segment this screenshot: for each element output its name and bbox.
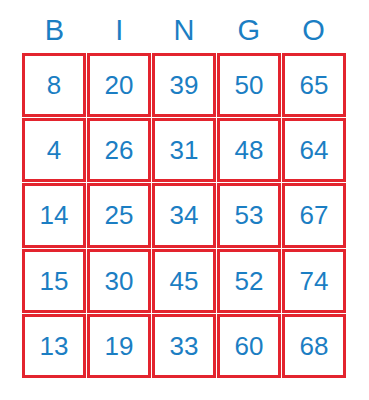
bingo-cell-r2-b[interactable]: 4 xyxy=(22,118,86,182)
header-letter-o: O xyxy=(281,9,346,51)
cell-number: 52 xyxy=(235,268,264,294)
bingo-card: B I N G O 8 20 39 50 65 4 26 31 48 64 14… xyxy=(0,0,369,400)
cell-number: 67 xyxy=(300,202,329,228)
bingo-cell-r1-n[interactable]: 39 xyxy=(152,53,216,117)
bingo-cell-r2-i[interactable]: 26 xyxy=(87,118,151,182)
header-letter-b: B xyxy=(22,9,87,51)
cell-number: 64 xyxy=(300,137,329,163)
cell-number: 14 xyxy=(40,202,69,228)
bingo-cell-r4-g[interactable]: 52 xyxy=(217,249,281,313)
bingo-cell-r5-b[interactable]: 13 xyxy=(22,314,86,378)
cell-number: 26 xyxy=(105,137,134,163)
cell-number: 15 xyxy=(40,268,69,294)
cell-number: 50 xyxy=(235,72,264,98)
bingo-cell-r4-i[interactable]: 30 xyxy=(87,249,151,313)
bingo-cell-r4-n[interactable]: 45 xyxy=(152,249,216,313)
cell-number: 20 xyxy=(105,72,134,98)
bingo-header: B I N G O xyxy=(22,9,346,51)
bingo-cell-r3-i[interactable]: 25 xyxy=(87,183,151,247)
cell-number: 65 xyxy=(300,72,329,98)
cell-number: 33 xyxy=(170,333,199,359)
bingo-cell-r5-o[interactable]: 68 xyxy=(282,314,346,378)
header-letter-n: N xyxy=(152,9,217,51)
bingo-cell-r1-i[interactable]: 20 xyxy=(87,53,151,117)
cell-number: 13 xyxy=(40,333,69,359)
cell-number: 31 xyxy=(170,137,199,163)
bingo-cell-r1-g[interactable]: 50 xyxy=(217,53,281,117)
cell-number: 45 xyxy=(170,268,199,294)
cell-number: 48 xyxy=(235,137,264,163)
cell-number: 39 xyxy=(170,72,199,98)
bingo-cell-r4-b[interactable]: 15 xyxy=(22,249,86,313)
bingo-cell-r4-o[interactable]: 74 xyxy=(282,249,346,313)
bingo-cell-r3-n[interactable]: 34 xyxy=(152,183,216,247)
cell-number: 19 xyxy=(105,333,134,359)
bingo-cell-r3-o[interactable]: 67 xyxy=(282,183,346,247)
bingo-cell-r5-g[interactable]: 60 xyxy=(217,314,281,378)
cell-number: 34 xyxy=(170,202,199,228)
bingo-board: 8 20 39 50 65 4 26 31 48 64 14 25 34 53 … xyxy=(22,53,346,378)
bingo-cell-r2-o[interactable]: 64 xyxy=(282,118,346,182)
bingo-cell-r1-b[interactable]: 8 xyxy=(22,53,86,117)
bingo-cell-r2-g[interactable]: 48 xyxy=(217,118,281,182)
bingo-cell-r3-b[interactable]: 14 xyxy=(22,183,86,247)
header-letter-g: G xyxy=(216,9,281,51)
bingo-cell-r3-g[interactable]: 53 xyxy=(217,183,281,247)
bingo-cell-r1-o[interactable]: 65 xyxy=(282,53,346,117)
bingo-cell-r5-n[interactable]: 33 xyxy=(152,314,216,378)
bingo-cell-r2-n[interactable]: 31 xyxy=(152,118,216,182)
cell-number: 60 xyxy=(235,333,264,359)
cell-number: 53 xyxy=(235,202,264,228)
cell-number: 30 xyxy=(105,268,134,294)
cell-number: 4 xyxy=(47,137,61,163)
cell-number: 74 xyxy=(300,268,329,294)
cell-number: 8 xyxy=(47,72,61,98)
cell-number: 25 xyxy=(105,202,134,228)
bingo-cell-r5-i[interactable]: 19 xyxy=(87,314,151,378)
header-letter-i: I xyxy=(87,9,152,51)
cell-number: 68 xyxy=(300,333,329,359)
